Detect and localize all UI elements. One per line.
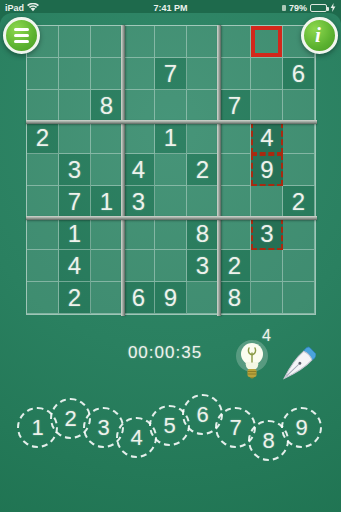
number-pad: 123456789 (0, 0, 341, 512)
info-button[interactable]: i (301, 17, 338, 54)
menu-icon (14, 28, 29, 43)
hint-count-badge: 4 (262, 327, 271, 345)
wifi-icon (27, 3, 39, 12)
numpad-button-9[interactable]: 9 (281, 407, 322, 448)
app-screen: iPad 7:41 PM 79% i 7687214342971321 (0, 0, 341, 512)
info-icon: i (315, 25, 324, 46)
menu-button[interactable] (3, 17, 40, 54)
bluetooth-icon (282, 5, 286, 11)
status-bar: iPad 7:41 PM 79% (0, 0, 341, 15)
battery-percent-label: 79% (289, 3, 307, 13)
device-label: iPad (5, 3, 24, 13)
battery-icon (310, 4, 327, 12)
charging-bolt-icon (330, 3, 336, 12)
